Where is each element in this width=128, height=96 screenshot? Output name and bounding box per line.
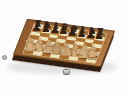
product-photo-scene: ♜♞♝♛♚♝♞♜♟♟♟♟♟♟♟♟♟♟♟♟♟♟♟♟♜♞♝♛♚♝♞♜ abcdefg… — [0, 0, 128, 96]
clasp-latch-icon — [63, 69, 70, 75]
clasp-hinge-icon — [2, 55, 7, 60]
